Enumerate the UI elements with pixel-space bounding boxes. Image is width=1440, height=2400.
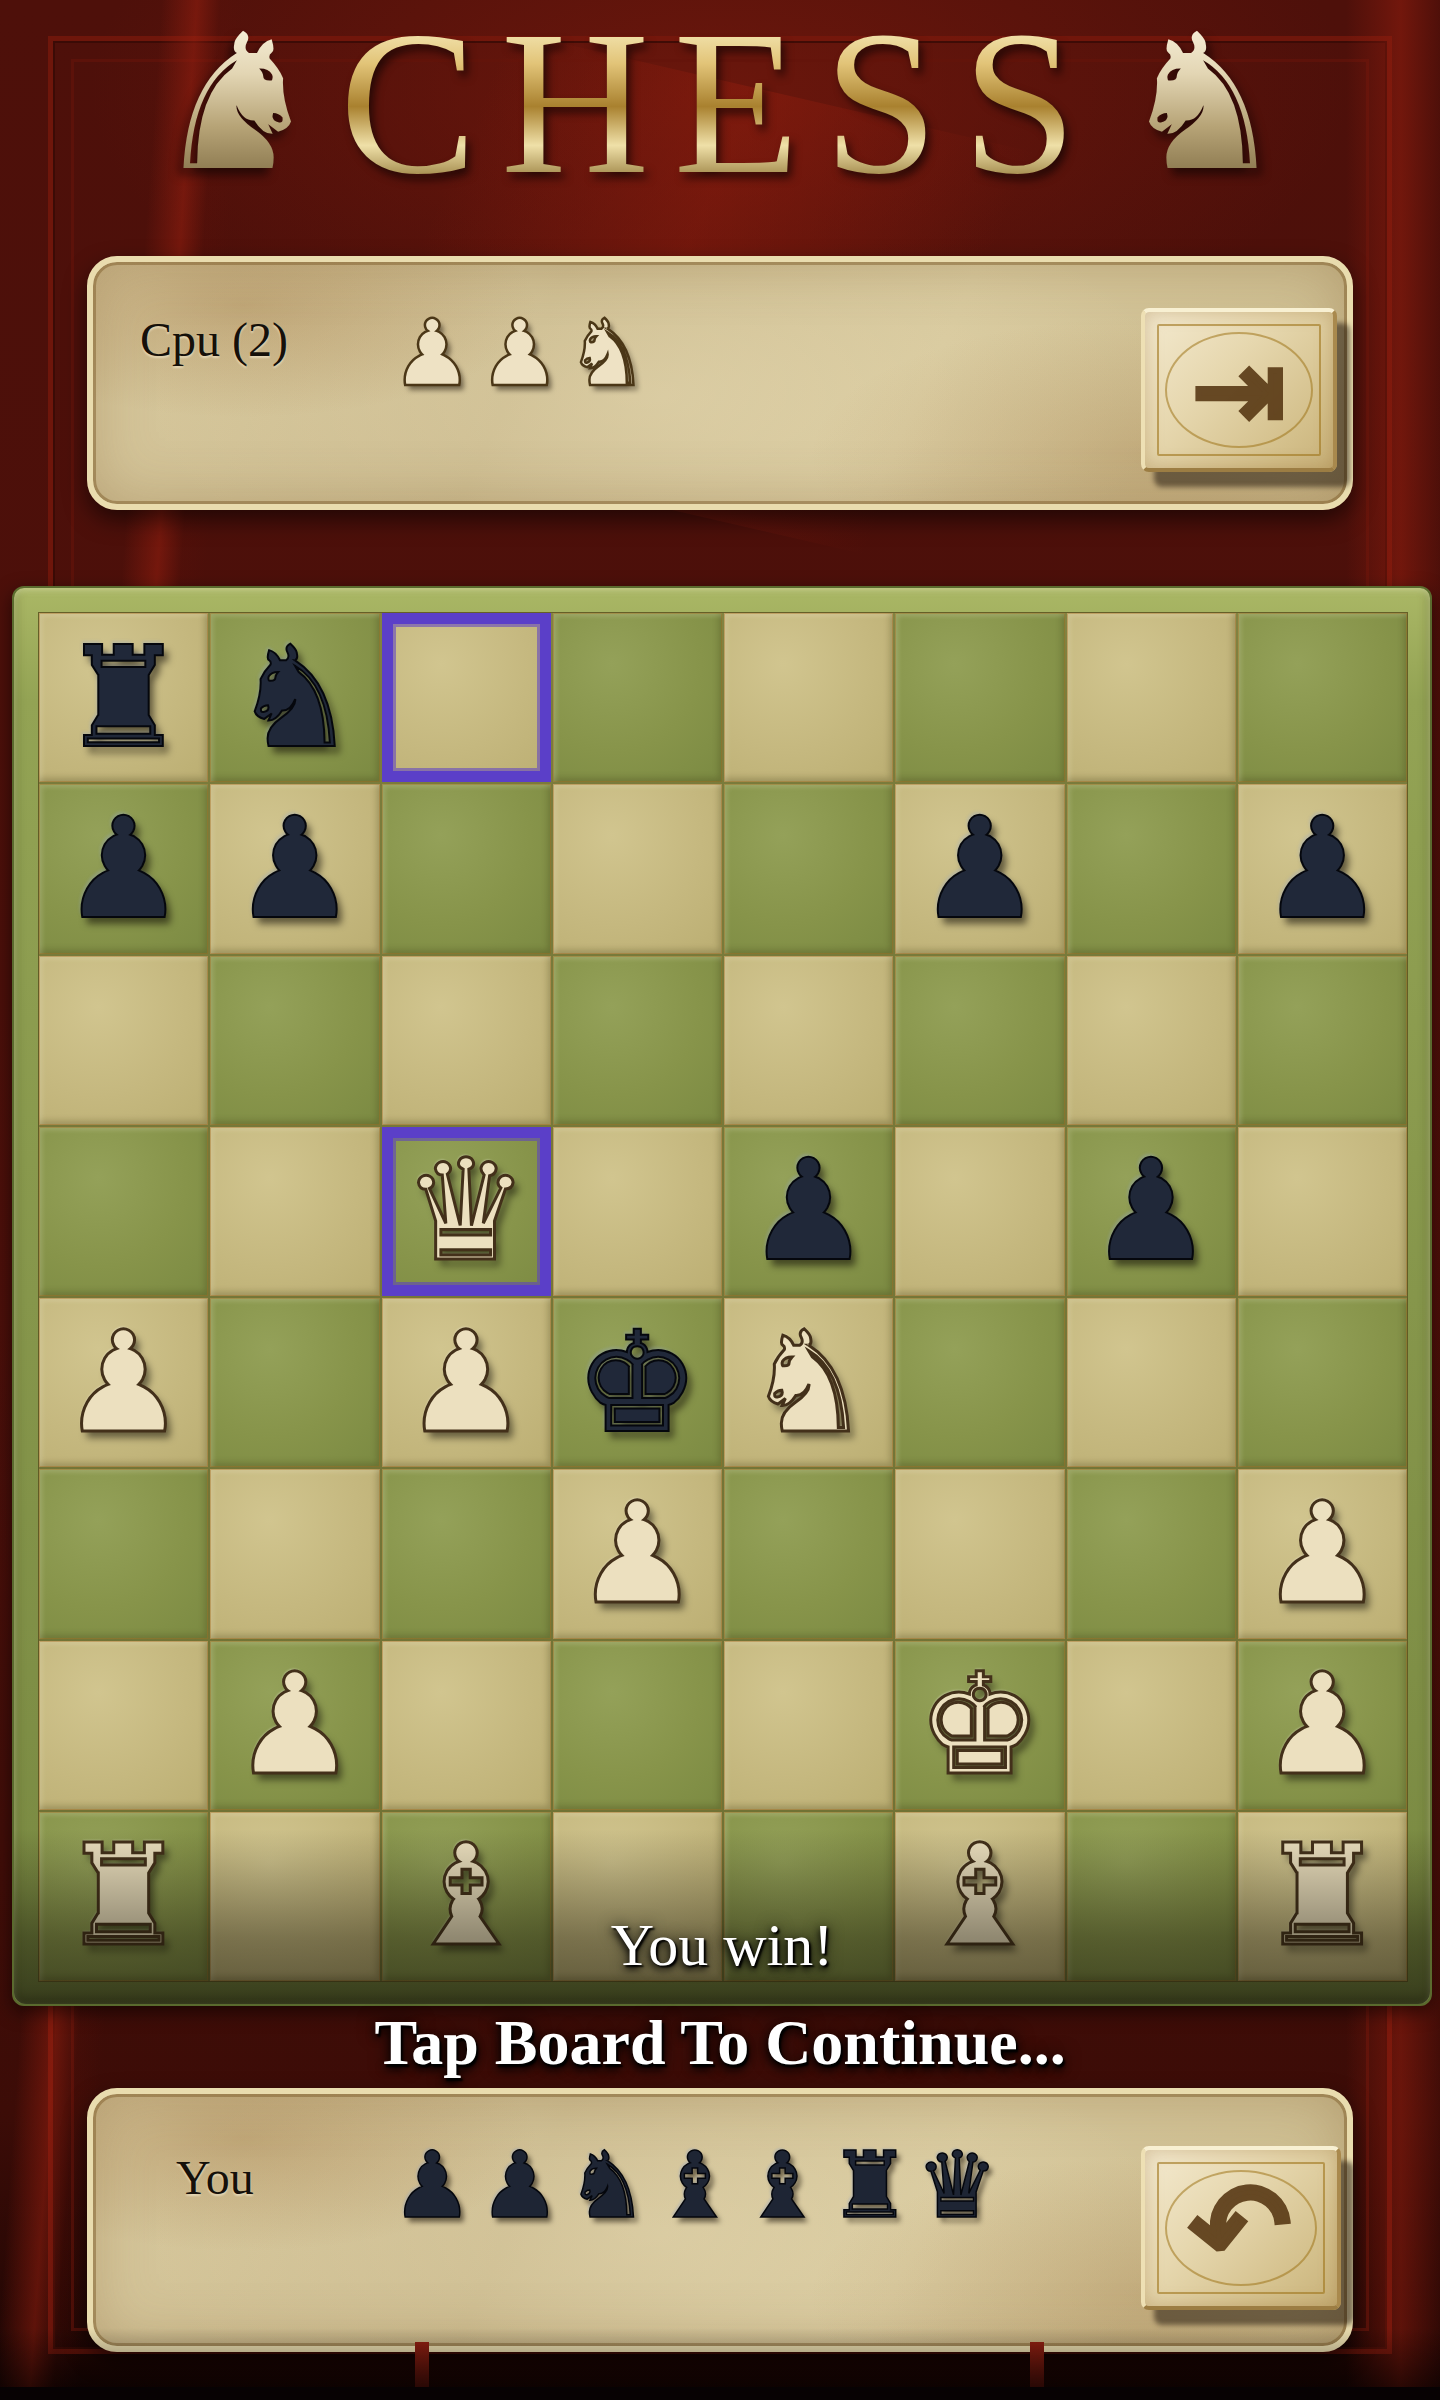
captured-black-pawn: ♟ — [478, 2132, 560, 2240]
square-b3[interactable] — [210, 1469, 379, 1638]
cpu-panel: Cpu (2) ♟♟♞ ⇥ — [87, 256, 1353, 510]
square-f3[interactable] — [895, 1469, 1064, 1638]
captured-white-pawn: ♟ — [478, 300, 560, 408]
captured-black-bishop: ♝ — [741, 2132, 823, 2240]
knight-logo-left-icon: ♞ — [153, 5, 322, 200]
square-f4[interactable] — [895, 1298, 1064, 1467]
captured-white-knight: ♞ — [566, 300, 648, 408]
square-e3[interactable] — [724, 1469, 893, 1638]
piece-white-pawn: ♟ — [232, 1641, 358, 1809]
square-d8[interactable] — [553, 613, 722, 782]
square-e2[interactable] — [724, 1641, 893, 1810]
piece-black-rook: ♜ — [61, 614, 187, 782]
skip-forward-icon: ⇥ — [1192, 340, 1286, 440]
square-b7[interactable]: ♟ — [210, 784, 379, 953]
square-g4[interactable] — [1067, 1298, 1236, 1467]
square-e8[interactable] — [724, 613, 893, 782]
captured-black-rook: ♜ — [828, 2132, 910, 2240]
chess-board[interactable]: ♜♞♟♟♟♟♛♟♟♟♟♚♞♟♟♟♚♟♜♝♝♜ You win! — [12, 586, 1432, 2006]
knight-logo-right-icon: ♞ — [1119, 5, 1288, 200]
piece-white-pawn: ♟ — [1260, 1470, 1386, 1638]
you-player-label: You — [176, 2150, 254, 2205]
piece-white-knight: ♞ — [746, 1299, 872, 1467]
square-b4[interactable] — [210, 1298, 379, 1467]
piece-black-pawn: ♟ — [746, 1127, 872, 1295]
square-g3[interactable] — [1067, 1469, 1236, 1638]
square-d7[interactable] — [553, 784, 722, 953]
square-d6[interactable] — [553, 956, 722, 1125]
square-c4[interactable]: ♟ — [382, 1298, 551, 1467]
square-g6[interactable] — [1067, 956, 1236, 1125]
piece-black-pawn: ♟ — [1088, 1127, 1214, 1295]
square-h5[interactable] — [1238, 1127, 1407, 1296]
skip-forward-button[interactable]: ⇥ — [1141, 308, 1337, 472]
square-b8[interactable]: ♞ — [210, 613, 379, 782]
result-text: You win! — [14, 1911, 1430, 1980]
captured-black-knight: ♞ — [566, 2132, 648, 2240]
piece-white-pawn: ♟ — [575, 1470, 701, 1638]
square-d2[interactable] — [553, 1641, 722, 1810]
square-e7[interactable] — [724, 784, 893, 953]
undo-icon: ↶ — [1184, 2173, 1298, 2283]
square-e5[interactable]: ♟ — [724, 1127, 893, 1296]
square-d4[interactable]: ♚ — [553, 1298, 722, 1467]
square-e4[interactable]: ♞ — [724, 1298, 893, 1467]
continue-text: Tap Board To Continue... — [0, 2006, 1440, 2080]
square-a2[interactable] — [39, 1641, 208, 1810]
square-a7[interactable]: ♟ — [39, 784, 208, 953]
square-b6[interactable] — [210, 956, 379, 1125]
you-panel: You ♟♟♞♝♝♜♛ ↶ — [87, 2088, 1353, 2352]
captured-black-queen: ♛ — [916, 2132, 998, 2240]
square-a5[interactable] — [39, 1127, 208, 1296]
square-c5[interactable]: ♛ — [382, 1127, 551, 1296]
bottom-bar — [0, 2387, 1440, 2400]
square-h4[interactable] — [1238, 1298, 1407, 1467]
piece-black-knight: ♞ — [232, 614, 358, 782]
square-f2[interactable]: ♚ — [895, 1641, 1064, 1810]
square-c2[interactable] — [382, 1641, 551, 1810]
captured-black-bishop: ♝ — [653, 2132, 735, 2240]
piece-black-pawn: ♟ — [917, 785, 1043, 953]
square-g5[interactable]: ♟ — [1067, 1127, 1236, 1296]
square-h7[interactable]: ♟ — [1238, 784, 1407, 953]
piece-black-pawn: ♟ — [1260, 785, 1386, 953]
cpu-captured-tray: ♟♟♞ — [391, 292, 648, 408]
square-d5[interactable] — [553, 1127, 722, 1296]
square-c7[interactable] — [382, 784, 551, 953]
captured-black-pawn: ♟ — [391, 2132, 473, 2240]
title-bar: ♞ CHESS ♞ — [0, 0, 1440, 205]
undo-button[interactable]: ↶ — [1141, 2146, 1341, 2310]
square-f7[interactable]: ♟ — [895, 784, 1064, 953]
piece-black-king: ♚ — [575, 1299, 701, 1467]
square-g2[interactable] — [1067, 1641, 1236, 1810]
square-h8[interactable] — [1238, 613, 1407, 782]
piece-white-king: ♚ — [917, 1641, 1043, 1809]
cpu-player-label: Cpu (2) — [140, 312, 288, 367]
square-e6[interactable] — [724, 956, 893, 1125]
piece-black-pawn: ♟ — [232, 785, 358, 953]
square-f6[interactable] — [895, 956, 1064, 1125]
square-b2[interactable]: ♟ — [210, 1641, 379, 1810]
square-c8[interactable] — [382, 613, 551, 782]
square-d3[interactable]: ♟ — [553, 1469, 722, 1638]
square-h2[interactable]: ♟ — [1238, 1641, 1407, 1810]
square-h3[interactable]: ♟ — [1238, 1469, 1407, 1638]
piece-white-pawn: ♟ — [1260, 1641, 1386, 1809]
app-title: CHESS — [331, 5, 1108, 200]
piece-white-pawn: ♟ — [403, 1299, 529, 1467]
square-h6[interactable] — [1238, 956, 1407, 1125]
square-f5[interactable] — [895, 1127, 1064, 1296]
square-c6[interactable] — [382, 956, 551, 1125]
piece-white-queen: ♛ — [403, 1127, 529, 1295]
square-b5[interactable] — [210, 1127, 379, 1296]
square-g7[interactable] — [1067, 784, 1236, 953]
square-c3[interactable] — [382, 1469, 551, 1638]
board-grid: ♜♞♟♟♟♟♛♟♟♟♟♚♞♟♟♟♚♟♜♝♝♜ — [38, 612, 1408, 1982]
square-a8[interactable]: ♜ — [39, 613, 208, 782]
piece-white-pawn: ♟ — [61, 1299, 187, 1467]
square-a3[interactable] — [39, 1469, 208, 1638]
square-g8[interactable] — [1067, 613, 1236, 782]
piece-black-pawn: ♟ — [61, 785, 187, 953]
you-captured-tray: ♟♟♞♝♝♜♛ — [391, 2124, 998, 2240]
captured-white-pawn: ♟ — [391, 300, 473, 408]
square-a4[interactable]: ♟ — [39, 1298, 208, 1467]
square-f8[interactable] — [895, 613, 1064, 782]
square-a6[interactable] — [39, 956, 208, 1125]
chess-app-screen: ♞ CHESS ♞ Cpu (2) ♟♟♞ ⇥ ♜♞♟♟♟♟♛♟♟♟♟♚♞♟♟♟… — [0, 0, 1440, 2400]
